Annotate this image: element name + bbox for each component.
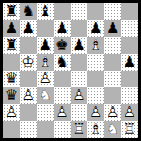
black-pawn-piece: ♟ xyxy=(121,54,138,71)
square-b8[interactable]: ♞ xyxy=(20,3,37,20)
white-rook-piece: ♜♖ xyxy=(121,121,138,138)
square-h7[interactable] xyxy=(121,20,138,37)
chessboard: ♜♞♝♟♟♟♟♟♜♟♚♟♝♗♚♔♝♗♞♟♛♟♙♛♟♙♞♘♟♙♟♙♟♙♟♙♟♙♟♙… xyxy=(0,0,141,141)
square-d7[interactable]: ♟ xyxy=(54,20,71,37)
black-knight-piece: ♞ xyxy=(54,54,71,71)
square-a5[interactable] xyxy=(3,54,20,71)
square-b1[interactable] xyxy=(20,121,37,138)
square-g7[interactable]: ♟ xyxy=(104,20,121,37)
square-b2[interactable] xyxy=(20,104,37,121)
white-pawn-piece: ♟♙ xyxy=(37,71,54,88)
white-king-piece: ♚♔ xyxy=(20,54,37,71)
square-f3[interactable] xyxy=(87,87,104,104)
square-e1[interactable]: ♜♖ xyxy=(71,121,88,138)
square-g2[interactable]: ♟♙ xyxy=(104,104,121,121)
square-d5[interactable]: ♞ xyxy=(54,54,71,71)
black-pawn-piece: ♟ xyxy=(54,20,71,37)
square-g1[interactable]: ♞♘ xyxy=(104,121,121,138)
black-rook-piece: ♜ xyxy=(3,3,20,20)
square-g5[interactable] xyxy=(104,54,121,71)
square-b4[interactable] xyxy=(20,71,37,88)
square-b6[interactable] xyxy=(20,37,37,54)
square-c6[interactable]: ♟ xyxy=(37,37,54,54)
white-pawn-piece: ♟♙ xyxy=(3,104,20,121)
square-d3[interactable] xyxy=(54,87,71,104)
white-pawn-piece: ♟♙ xyxy=(20,87,37,104)
square-d8[interactable] xyxy=(54,3,71,20)
square-c7[interactable] xyxy=(37,20,54,37)
square-c1[interactable] xyxy=(37,121,54,138)
square-f1[interactable]: ♝♗ xyxy=(87,121,104,138)
white-bishop-piece: ♝♗ xyxy=(37,54,54,71)
square-e6[interactable]: ♟ xyxy=(71,37,88,54)
black-queen-piece: ♛ xyxy=(3,71,20,88)
square-a8[interactable]: ♜ xyxy=(3,3,20,20)
square-e7[interactable] xyxy=(71,20,88,37)
square-e8[interactable] xyxy=(71,3,88,20)
square-b5[interactable]: ♚♔ xyxy=(20,54,37,71)
square-h2[interactable]: ♟♙ xyxy=(121,104,138,121)
square-d1[interactable] xyxy=(54,121,71,138)
square-e2[interactable] xyxy=(71,104,88,121)
square-b3[interactable]: ♟♙ xyxy=(20,87,37,104)
black-pawn-piece: ♟ xyxy=(37,37,54,54)
black-pawn-piece: ♟ xyxy=(104,20,121,37)
square-a4[interactable]: ♛ xyxy=(3,71,20,88)
square-a2[interactable]: ♟♙ xyxy=(3,104,20,121)
black-bishop-piece: ♝ xyxy=(37,3,54,20)
square-c5[interactable]: ♝♗ xyxy=(37,54,54,71)
white-bishop-piece: ♝♗ xyxy=(87,121,104,138)
square-e5[interactable] xyxy=(71,54,88,71)
white-rook-piece: ♜♖ xyxy=(71,121,88,138)
white-pawn-piece: ♟♙ xyxy=(104,104,121,121)
white-pawn-piece: ♟♙ xyxy=(71,87,88,104)
square-g6[interactable] xyxy=(104,37,121,54)
square-b7[interactable]: ♟ xyxy=(20,20,37,37)
square-a3[interactable]: ♛ xyxy=(3,87,20,104)
square-a7[interactable]: ♟ xyxy=(3,20,20,37)
square-f4[interactable] xyxy=(87,71,104,88)
square-h6[interactable] xyxy=(121,37,138,54)
black-pawn-piece: ♟ xyxy=(3,20,20,37)
square-g8[interactable] xyxy=(104,3,121,20)
square-h4[interactable] xyxy=(121,71,138,88)
white-pawn-piece: ♟♙ xyxy=(121,104,138,121)
black-queen-piece: ♛ xyxy=(3,87,20,104)
square-d6[interactable]: ♚ xyxy=(54,37,71,54)
square-c2[interactable] xyxy=(37,104,54,121)
square-h3[interactable] xyxy=(121,87,138,104)
square-f6[interactable]: ♝♗ xyxy=(87,37,104,54)
square-h8[interactable] xyxy=(121,3,138,20)
square-d4[interactable] xyxy=(54,71,71,88)
square-c3[interactable]: ♞♘ xyxy=(37,87,54,104)
square-g3[interactable] xyxy=(104,87,121,104)
white-pawn-piece: ♟♙ xyxy=(54,104,71,121)
black-pawn-piece: ♟ xyxy=(20,20,37,37)
white-pawn-piece: ♟♙ xyxy=(87,104,104,121)
square-h1[interactable]: ♜♖ xyxy=(121,121,138,138)
square-f5[interactable] xyxy=(87,54,104,71)
white-knight-piece: ♞♘ xyxy=(37,87,54,104)
white-bishop-piece: ♝♗ xyxy=(87,37,104,54)
black-pawn-piece: ♟ xyxy=(71,37,88,54)
square-a1[interactable] xyxy=(3,121,20,138)
square-c8[interactable]: ♝ xyxy=(37,3,54,20)
square-g4[interactable] xyxy=(104,71,121,88)
square-f8[interactable] xyxy=(87,3,104,20)
square-d2[interactable]: ♟♙ xyxy=(54,104,71,121)
square-a6[interactable]: ♜ xyxy=(3,37,20,54)
black-king-piece: ♚ xyxy=(54,37,71,54)
black-rook-piece: ♜ xyxy=(3,37,20,54)
square-e3[interactable]: ♟♙ xyxy=(71,87,88,104)
black-pawn-piece: ♟ xyxy=(87,20,104,37)
white-knight-piece: ♞♘ xyxy=(104,121,121,138)
square-c4[interactable]: ♟♙ xyxy=(37,71,54,88)
square-e4[interactable] xyxy=(71,71,88,88)
square-f2[interactable]: ♟♙ xyxy=(87,104,104,121)
square-h5[interactable]: ♟ xyxy=(121,54,138,71)
square-f7[interactable]: ♟ xyxy=(87,20,104,37)
black-knight-piece: ♞ xyxy=(20,3,37,20)
